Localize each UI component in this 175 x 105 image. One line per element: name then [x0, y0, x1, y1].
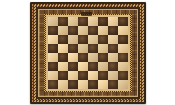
inner-maple-margin: [46, 15, 130, 91]
square-c2[interactable]: [68, 71, 78, 80]
square-g7[interactable]: [108, 26, 118, 35]
square-b1[interactable]: [58, 80, 68, 89]
square-h3[interactable]: [118, 62, 128, 71]
square-d2[interactable]: [78, 71, 88, 80]
square-f2[interactable]: [98, 71, 108, 80]
square-d5[interactable]: [78, 44, 88, 53]
inner-mosaic-line: [44, 14, 132, 92]
square-b8[interactable]: [58, 17, 68, 26]
square-e4[interactable]: [88, 53, 98, 62]
square-h8[interactable]: [118, 17, 128, 26]
square-a2[interactable]: [48, 71, 58, 80]
square-e7[interactable]: [88, 26, 98, 35]
square-e3[interactable]: [88, 62, 98, 71]
square-g4[interactable]: [108, 53, 118, 62]
square-h7[interactable]: [118, 26, 128, 35]
square-b4[interactable]: [58, 53, 68, 62]
square-c7[interactable]: [68, 26, 78, 35]
square-c8[interactable]: [68, 17, 78, 26]
square-e1[interactable]: [88, 80, 98, 89]
square-c3[interactable]: [68, 62, 78, 71]
square-a6[interactable]: [48, 35, 58, 44]
square-c5[interactable]: [68, 44, 78, 53]
board-outer-frame: [30, 2, 146, 104]
walnut-inlay-band: [39, 10, 137, 96]
square-a4[interactable]: [48, 53, 58, 62]
mosaic-inlay-band: [32, 4, 144, 102]
square-g3[interactable]: [108, 62, 118, 71]
chess-board: [30, 2, 146, 104]
square-g5[interactable]: [108, 44, 118, 53]
square-a5[interactable]: [48, 44, 58, 53]
square-e8[interactable]: [88, 17, 98, 26]
square-g8[interactable]: [108, 17, 118, 26]
square-h1[interactable]: [118, 80, 128, 89]
square-f8[interactable]: [98, 17, 108, 26]
square-f5[interactable]: [98, 44, 108, 53]
square-c1[interactable]: [68, 80, 78, 89]
photo-background: [0, 0, 175, 105]
maker-mark: [81, 12, 92, 16]
square-b7[interactable]: [58, 26, 68, 35]
square-f7[interactable]: [98, 26, 108, 35]
square-b3[interactable]: [58, 62, 68, 71]
thin-light-line: [38, 9, 138, 97]
square-g6[interactable]: [108, 35, 118, 44]
square-b6[interactable]: [58, 35, 68, 44]
square-f4[interactable]: [98, 53, 108, 62]
square-g2[interactable]: [108, 71, 118, 80]
square-f3[interactable]: [98, 62, 108, 71]
square-d3[interactable]: [78, 62, 88, 71]
square-a8[interactable]: [48, 17, 58, 26]
square-c4[interactable]: [68, 53, 78, 62]
square-d1[interactable]: [78, 80, 88, 89]
square-d4[interactable]: [78, 53, 88, 62]
square-h4[interactable]: [118, 53, 128, 62]
square-f1[interactable]: [98, 80, 108, 89]
square-d8[interactable]: [78, 17, 88, 26]
square-h2[interactable]: [118, 71, 128, 80]
square-b2[interactable]: [58, 71, 68, 80]
square-h5[interactable]: [118, 44, 128, 53]
square-e5[interactable]: [88, 44, 98, 53]
square-f6[interactable]: [98, 35, 108, 44]
board-grid: [48, 17, 128, 89]
square-a3[interactable]: [48, 62, 58, 71]
square-a7[interactable]: [48, 26, 58, 35]
square-e6[interactable]: [88, 35, 98, 44]
square-b5[interactable]: [58, 44, 68, 53]
dark-border-band: [36, 7, 140, 99]
square-d7[interactable]: [78, 26, 88, 35]
square-a1[interactable]: [48, 80, 58, 89]
square-h6[interactable]: [118, 35, 128, 44]
square-g1[interactable]: [108, 80, 118, 89]
square-e2[interactable]: [88, 71, 98, 80]
square-d6[interactable]: [78, 35, 88, 44]
square-c6[interactable]: [68, 35, 78, 44]
